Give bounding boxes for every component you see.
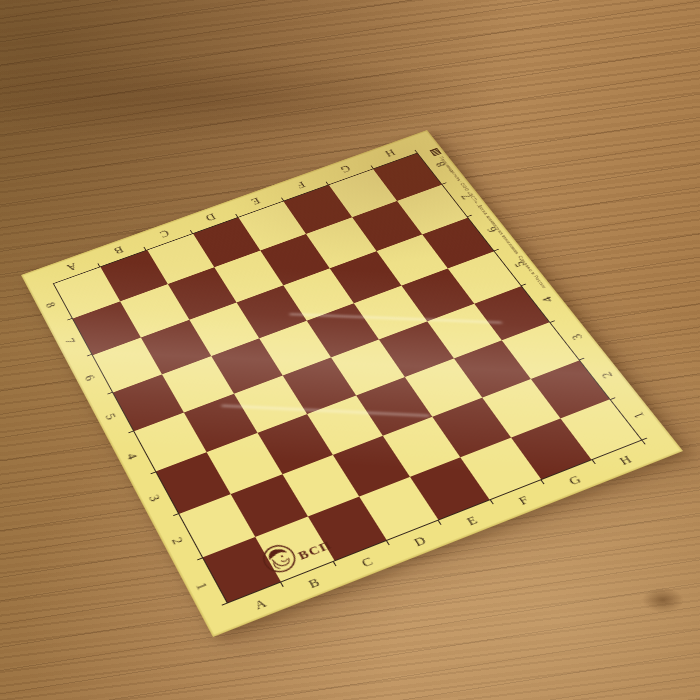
board-frame	[53, 153, 643, 604]
board-grid	[54, 153, 641, 602]
board-photo-scene: { "game": "chess", "position": "8/8/8/8/…	[0, 0, 700, 700]
vinyl-chessboard: ABCDEFGH ABCDEFGH 87654321 87654321 ВСП …	[21, 130, 683, 637]
stamp-icon	[430, 148, 442, 156]
